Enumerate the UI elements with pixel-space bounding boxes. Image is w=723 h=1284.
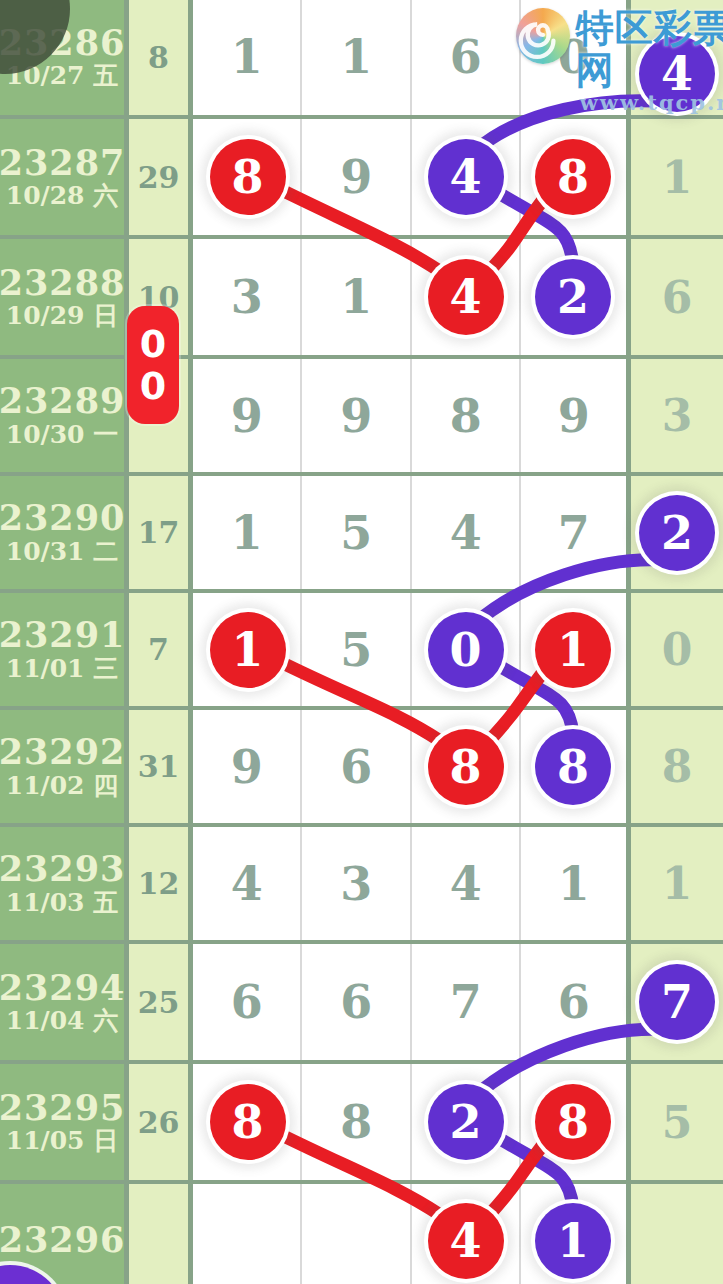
red-highlight-circle: 8 [428,729,504,805]
trend-curve [280,189,440,271]
site-logo-text: 特区彩票网 www.tqcp.net [576,8,723,115]
purple-highlight-circle: 2 [535,259,611,335]
trend-curve [280,662,440,741]
purple-highlight-circle: 8 [535,729,611,805]
site-url: www.tqcp.net [576,90,723,115]
site-name: 特区彩票网 [576,8,723,92]
red-highlight-circle: 4 [428,259,504,335]
red-highlight-circle: 1 [535,612,611,688]
red-highlight-circle: 8 [535,1084,611,1160]
trend-curve [280,1134,440,1215]
badge-zero: 0 [140,367,166,405]
purple-highlight-circle: 1 [535,1203,611,1279]
purple-highlight-circle: 2 [639,495,715,571]
red-highlight-circle: 8 [535,139,611,215]
connection-curves [0,0,723,1284]
zero-zero-badge: 00 [127,306,179,424]
purple-highlight-circle: 4 [428,139,504,215]
purple-highlight-circle: 2 [428,1084,504,1160]
badge-zero: 0 [140,325,166,363]
purple-highlight-circle: 7 [639,964,715,1040]
logo-swirl-icon [516,8,570,64]
red-highlight-circle: 4 [428,1203,504,1279]
lottery-trend-board: 2328610/27 五8116042328710/28 六2989481232… [0,0,723,1284]
red-highlight-circle: 1 [210,612,286,688]
site-logo[interactable]: 特区彩票网 www.tqcp.net [516,8,723,115]
red-highlight-circle: 8 [210,1084,286,1160]
red-highlight-circle: 8 [210,139,286,215]
purple-highlight-circle: 0 [428,612,504,688]
